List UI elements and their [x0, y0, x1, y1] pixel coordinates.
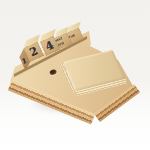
digit-side: 1 [21, 58, 28, 66]
weekday-label: TUE [67, 32, 77, 39]
digit-tens: 2 [28, 45, 39, 58]
product-photo-stage: 1 2 4 MAY JUN TUE [0, 0, 150, 150]
